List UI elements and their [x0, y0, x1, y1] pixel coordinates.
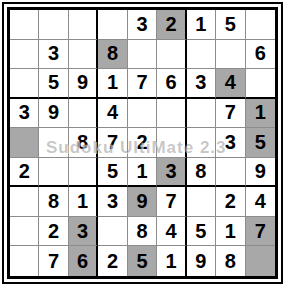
sudoku-board: 3215386591763439471872352513898139724238… [7, 7, 278, 279]
cell-r5c8[interactable]: 3 [216, 128, 245, 158]
cell-r7c7[interactable] [187, 187, 216, 217]
cell-r2c3[interactable] [69, 40, 98, 70]
cell-r1c2[interactable] [39, 10, 68, 40]
cell-r6c8[interactable] [216, 158, 245, 188]
cell-r3c5[interactable]: 7 [128, 69, 157, 99]
cell-r4c2[interactable]: 9 [39, 99, 68, 129]
cell-r7c3[interactable]: 1 [69, 187, 98, 217]
cell-r5c7[interactable] [187, 128, 216, 158]
cell-r2c6[interactable] [157, 40, 186, 70]
cell-r9c5[interactable]: 5 [128, 246, 157, 276]
cell-r5c1[interactable] [10, 128, 39, 158]
cell-r6c7[interactable]: 8 [187, 158, 216, 188]
cell-r7c8[interactable]: 2 [216, 187, 245, 217]
cell-r7c1[interactable] [10, 187, 39, 217]
cell-r4c7[interactable] [187, 99, 216, 129]
cell-r9c9[interactable] [246, 246, 275, 276]
board-outer-frame: 3215386591763439471872352513898139724238… [2, 2, 283, 284]
cell-r6c9[interactable]: 9 [246, 158, 275, 188]
cell-r2c5[interactable] [128, 40, 157, 70]
cell-r6c6[interactable]: 3 [157, 158, 186, 188]
cell-r2c9[interactable]: 6 [246, 40, 275, 70]
cell-r5c4[interactable]: 7 [98, 128, 127, 158]
cell-r2c4[interactable]: 8 [98, 40, 127, 70]
cell-r8c8[interactable]: 1 [216, 217, 245, 247]
cell-r3c4[interactable]: 1 [98, 69, 127, 99]
cell-r2c7[interactable] [187, 40, 216, 70]
cell-r2c8[interactable] [216, 40, 245, 70]
cell-r3c2[interactable]: 5 [39, 69, 68, 99]
cell-r2c1[interactable] [10, 40, 39, 70]
cell-r8c3[interactable]: 3 [69, 217, 98, 247]
cell-r8c7[interactable]: 5 [187, 217, 216, 247]
cell-r4c3[interactable] [69, 99, 98, 129]
cell-r5c5[interactable]: 2 [128, 128, 157, 158]
cell-r9c7[interactable]: 9 [187, 246, 216, 276]
cell-r6c3[interactable] [69, 158, 98, 188]
cell-r4c1[interactable]: 3 [10, 99, 39, 129]
cell-r1c6[interactable]: 2 [157, 10, 186, 40]
cell-r6c5[interactable]: 1 [128, 158, 157, 188]
cell-r3c9[interactable] [246, 69, 275, 99]
cell-r4c5[interactable] [128, 99, 157, 129]
cell-r3c6[interactable]: 6 [157, 69, 186, 99]
cell-r3c1[interactable] [10, 69, 39, 99]
cell-r9c6[interactable]: 1 [157, 246, 186, 276]
cell-r4c9[interactable]: 1 [246, 99, 275, 129]
cell-r3c3[interactable]: 9 [69, 69, 98, 99]
cell-r9c3[interactable]: 6 [69, 246, 98, 276]
cell-r9c4[interactable]: 2 [98, 246, 127, 276]
cell-r7c9[interactable]: 4 [246, 187, 275, 217]
cell-r1c3[interactable] [69, 10, 98, 40]
cell-r5c2[interactable] [39, 128, 68, 158]
cell-r8c4[interactable] [98, 217, 127, 247]
cell-r4c6[interactable] [157, 99, 186, 129]
cell-r3c8[interactable]: 4 [216, 69, 245, 99]
cell-r1c7[interactable]: 1 [187, 10, 216, 40]
cell-r7c4[interactable]: 3 [98, 187, 127, 217]
cell-r9c1[interactable] [10, 246, 39, 276]
cell-r5c6[interactable] [157, 128, 186, 158]
cell-r7c5[interactable]: 9 [128, 187, 157, 217]
cell-r5c9[interactable]: 5 [246, 128, 275, 158]
cell-r8c9[interactable]: 7 [246, 217, 275, 247]
cell-r8c5[interactable]: 8 [128, 217, 157, 247]
cell-r1c4[interactable] [98, 10, 127, 40]
cell-r1c9[interactable] [246, 10, 275, 40]
cell-r4c4[interactable]: 4 [98, 99, 127, 129]
cell-r8c6[interactable]: 4 [157, 217, 186, 247]
cell-r6c1[interactable]: 2 [10, 158, 39, 188]
cell-r1c8[interactable]: 5 [216, 10, 245, 40]
cell-r6c4[interactable]: 5 [98, 158, 127, 188]
cell-r9c8[interactable]: 8 [216, 246, 245, 276]
cell-r8c1[interactable] [10, 217, 39, 247]
cell-r7c2[interactable]: 8 [39, 187, 68, 217]
cell-r5c3[interactable]: 8 [69, 128, 98, 158]
cell-r7c6[interactable]: 7 [157, 187, 186, 217]
cell-r3c7[interactable]: 3 [187, 69, 216, 99]
cell-r1c1[interactable] [10, 10, 39, 40]
cell-r8c2[interactable]: 2 [39, 217, 68, 247]
cell-r9c2[interactable]: 7 [39, 246, 68, 276]
cell-r2c2[interactable]: 3 [39, 40, 68, 70]
cell-r6c2[interactable] [39, 158, 68, 188]
cell-r4c8[interactable]: 7 [216, 99, 245, 129]
cell-r1c5[interactable]: 3 [128, 10, 157, 40]
